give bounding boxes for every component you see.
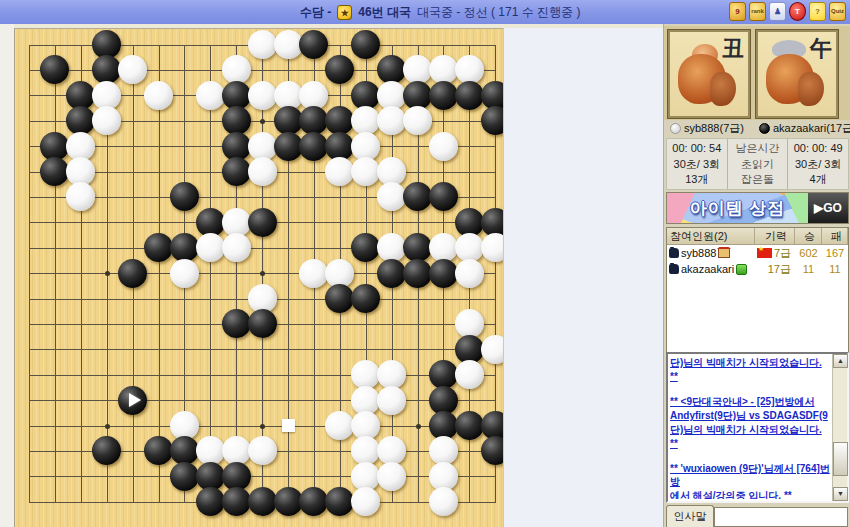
grid-line <box>29 375 496 376</box>
white-stone-icon <box>670 123 681 134</box>
black-player-avatar: 午 <box>756 30 838 118</box>
black-stone <box>325 55 354 84</box>
star-point <box>260 119 265 124</box>
black-stone <box>248 487 277 516</box>
black-stone <box>325 284 354 313</box>
zodiac-ox-glyph: 丑 <box>722 34 744 64</box>
item-shop-art: 아이템 상점 <box>667 193 808 223</box>
black-stone <box>429 360 458 389</box>
participants-header: 참여인원(2) 기력 승 패 <box>667 228 848 245</box>
white-square-marker <box>282 419 295 432</box>
white-stone <box>377 106 406 135</box>
participant-name: akazaakari <box>681 263 734 275</box>
black-stone <box>429 182 458 211</box>
avatar-area: 丑 午 <box>664 26 850 120</box>
item-shop-go-button[interactable]: ▶GO <box>808 193 848 223</box>
green-room-icon <box>736 264 747 275</box>
black-stone <box>455 81 484 110</box>
title-text-group: 수담 - ★ 46번 대국 대국중 - 정선 ( 171 수 진행중 ) <box>300 0 580 24</box>
black-stone <box>40 157 69 186</box>
black-stone <box>40 55 69 84</box>
white-stone <box>351 157 380 186</box>
white-stone <box>377 462 406 491</box>
white-stone <box>351 487 380 516</box>
zodiac-horse-glyph: 午 <box>810 34 832 64</box>
participant-rank: 17급 <box>768 262 791 277</box>
white-stone <box>455 259 484 288</box>
chat-message-line[interactable]: ** <9단대국안내> - [25]번방에서 <box>670 395 830 408</box>
quiz-icon[interactable]: Quiz <box>829 2 846 21</box>
participant-losses: 167 <box>822 247 848 259</box>
white-player-name: syb888(7급) <box>670 121 744 136</box>
chat-message-line[interactable]: ** <box>670 370 830 383</box>
participant-rank: 7급 <box>774 246 791 261</box>
item-shop-label: 아이템 상점 <box>690 197 786 220</box>
black-stone <box>299 132 328 161</box>
chat-box: 단)님의 빅매치가 시작되었습니다.**** <9단대국안내> - [25]번방… <box>666 352 849 503</box>
star-point <box>105 271 110 276</box>
black-stone <box>377 259 406 288</box>
black-stone <box>299 30 328 59</box>
chat-message-line[interactable]: Andyfirst(9단)님 vs SDAGASDF(9 <box>670 409 830 422</box>
white-stone <box>248 30 277 59</box>
chat-messages: 단)님의 빅매치가 시작되었습니다.**** <9단대국안내> - [25]번방… <box>670 356 830 499</box>
white-stone <box>248 157 277 186</box>
black-stone <box>351 233 380 262</box>
black-stone <box>144 233 173 262</box>
grid-line <box>29 400 496 401</box>
left-margin <box>0 24 14 527</box>
white-stone <box>377 360 406 389</box>
item-shop-banner[interactable]: 아이템 상점 ▶GO <box>666 192 849 224</box>
clock-panel: 00: 00: 54 30초/ 3회 13개 남은시간 초읽기 잡은돌 00: … <box>666 138 849 190</box>
chat-message-line <box>670 384 830 394</box>
black-stone <box>351 284 380 313</box>
white-stone <box>403 106 432 135</box>
black-stone <box>170 462 199 491</box>
black-stone <box>222 157 251 186</box>
clock-labels: 남은시간 초읽기 잡은돌 <box>727 139 789 189</box>
participant-wins: 602 <box>795 247 822 259</box>
star-point <box>416 424 421 429</box>
white-stone <box>196 233 225 262</box>
chat-message-line[interactable]: ** 'wuxiaowen (9단)'님께서 [764]번방 <box>670 462 830 488</box>
black-stone <box>274 106 303 135</box>
white-stone <box>429 233 458 262</box>
white-captures: 13개 <box>667 172 727 187</box>
scrollbar-thumb[interactable] <box>833 442 848 476</box>
chat-message-line[interactable]: ** <box>670 437 830 450</box>
grid-line <box>29 476 496 477</box>
white-stone <box>325 411 354 440</box>
t-circle-icon[interactable]: T <box>789 2 806 21</box>
white-stone <box>170 259 199 288</box>
china-flag-icon <box>757 248 772 258</box>
white-stone <box>377 182 406 211</box>
white-stone <box>377 386 406 415</box>
match-badge-icon: ★ <box>337 5 352 20</box>
chat-message-line[interactable]: 에서 해설/강의중 입니다. ** <box>670 489 830 499</box>
chat-scrollbar[interactable]: ▲ ▼ <box>832 354 847 501</box>
house-icon <box>718 248 730 258</box>
participant-row[interactable]: syb8887급602167 <box>667 245 848 261</box>
black-clock: 00: 00: 49 30초/ 3회 4개 <box>788 139 848 189</box>
chat-message-line[interactable]: 단)님의 빅매치가 시작되었습니다. <box>670 423 830 436</box>
black-stone <box>403 233 432 262</box>
black-stone <box>299 106 328 135</box>
player-names-row: syb888(7급) akazaakari(17급 <box>664 120 850 137</box>
white-stone <box>351 360 380 389</box>
rank-trophy-icon[interactable]: rank <box>749 2 766 21</box>
white-stone <box>92 106 121 135</box>
white-time: 00: 00: 54 <box>667 141 727 156</box>
bulb-icon[interactable]: ? <box>809 2 826 21</box>
black-captures: 4개 <box>788 172 848 187</box>
black-stone <box>222 106 251 135</box>
white-stone <box>196 81 225 110</box>
scroll-up-arrow-icon[interactable]: ▲ <box>833 354 848 368</box>
black-stone <box>196 487 225 516</box>
match-number: 46번 대국 <box>358 4 411 21</box>
participant-losses: 11 <box>822 263 848 275</box>
white-stone <box>299 259 328 288</box>
grid-line <box>29 349 496 350</box>
go-board[interactable] <box>14 28 503 527</box>
black-stone <box>92 436 121 465</box>
black-stone <box>66 106 95 135</box>
side-panel: 丑 午 syb888(7급) akazaakari(17급 00: 00: 54 <box>663 24 850 527</box>
black-player-name: akazaakari(17급 <box>759 121 850 136</box>
participant-name: syb888 <box>681 247 716 259</box>
white-stone <box>222 233 251 262</box>
badge-9-icon[interactable]: 9 <box>729 2 746 21</box>
app-window: 수담 - ★ 46번 대국 대국중 - 정선 ( 171 수 진행중 ) 9 r… <box>0 0 850 527</box>
white-stone <box>118 55 147 84</box>
last-move-triangle-marker <box>129 393 141 407</box>
black-stone <box>455 411 484 440</box>
black-stone <box>403 259 432 288</box>
black-stone <box>248 208 277 237</box>
white-stone <box>351 106 380 135</box>
white-stone <box>377 233 406 262</box>
participant-row[interactable]: akazaakari17급1111 <box>667 261 848 277</box>
black-byoyomi: 30초/ 3회 <box>788 157 848 172</box>
black-stone <box>403 182 432 211</box>
chat-input[interactable] <box>714 507 848 527</box>
white-stone <box>325 157 354 186</box>
black-stone <box>429 259 458 288</box>
thumbs-up-icon <box>669 264 679 274</box>
participant-wins: 11 <box>795 263 822 275</box>
black-stone <box>170 233 199 262</box>
black-stone <box>274 132 303 161</box>
black-stone <box>170 182 199 211</box>
thumbs-up-icon <box>669 248 679 258</box>
black-stone-icon <box>759 123 770 134</box>
covered-panel-area <box>503 28 663 527</box>
white-stone <box>66 182 95 211</box>
black-stone <box>118 259 147 288</box>
scroll-down-arrow-icon[interactable]: ▼ <box>833 487 848 501</box>
black-stone <box>248 309 277 338</box>
white-clock: 00: 00: 54 30초/ 3회 13개 <box>667 139 727 189</box>
white-player-avatar: 丑 <box>668 30 750 118</box>
black-stone <box>351 30 380 59</box>
room-title: 수담 - <box>300 4 331 21</box>
greeting-tab[interactable]: 인사말 <box>666 505 714 527</box>
white-stone <box>455 360 484 389</box>
game-status: 대국중 - 정선 ( 171 수 진행중 ) <box>417 4 580 21</box>
topbar-icon-group: 9 rank ♟ T ? Quiz <box>729 2 846 21</box>
black-stone <box>429 81 458 110</box>
black-time: 00: 00: 49 <box>788 141 848 156</box>
star-point <box>105 424 110 429</box>
title-bar: 수담 - ★ 46번 대국 대국중 - 정선 ( 171 수 진행중 ) 9 r… <box>0 0 850 24</box>
white-stone <box>274 30 303 59</box>
person-icon[interactable]: ♟ <box>769 2 786 21</box>
black-stone <box>299 487 328 516</box>
black-stone <box>325 106 354 135</box>
participants-rows: syb8887급602167akazaakari17급1111 <box>667 245 848 277</box>
white-stone <box>248 436 277 465</box>
white-stone <box>429 487 458 516</box>
black-stone <box>325 487 354 516</box>
participants-list: 참여인원(2) 기력 승 패 syb8887급602167akazaakari1… <box>666 227 849 371</box>
white-stone <box>455 233 484 262</box>
white-stone <box>429 132 458 161</box>
black-stone <box>222 487 251 516</box>
black-stone <box>222 309 251 338</box>
star-point <box>260 424 265 429</box>
black-stone <box>144 436 173 465</box>
white-byoyomi: 30초/ 3회 <box>667 157 727 172</box>
black-stone <box>274 487 303 516</box>
white-stone <box>144 81 173 110</box>
white-stone <box>248 81 277 110</box>
star-point <box>260 271 265 276</box>
chat-message-line[interactable]: 단)님의 빅매치가 시작되었습니다. <box>670 356 830 369</box>
chat-message-line <box>670 451 830 461</box>
